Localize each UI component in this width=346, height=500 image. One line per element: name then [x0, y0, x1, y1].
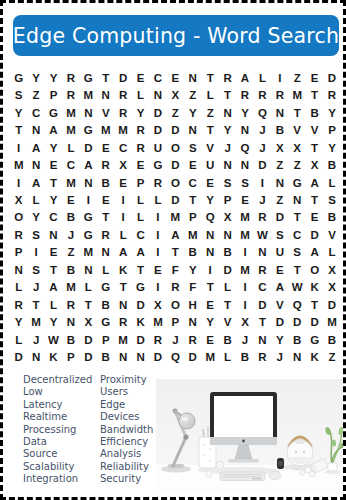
grid-cell: S — [236, 175, 253, 192]
grid-cell: M — [289, 87, 306, 104]
grid-cell: G — [289, 175, 306, 192]
grid-cell: Y — [45, 192, 62, 209]
grid-cell: D — [80, 349, 97, 366]
word-list-item: Realtime — [23, 411, 92, 423]
grid-cell: W — [45, 332, 62, 349]
grid-cell: D — [306, 314, 323, 331]
grid-cell: Y — [184, 105, 201, 122]
grid-cell: R — [236, 87, 253, 104]
grid-cell: L — [132, 87, 149, 104]
grid-cell: G — [80, 210, 97, 227]
grid-cell: V — [97, 105, 114, 122]
grid-cell: A — [45, 279, 62, 296]
grid-cell: A — [236, 70, 253, 87]
grid-cell: X — [80, 314, 97, 331]
grid-cell: Z — [27, 87, 44, 104]
word-list-column-2: ProximityUsersEdgeDevicesBandwidthEffici… — [100, 374, 153, 486]
grid-cell: N — [271, 175, 288, 192]
grid-cell: R — [254, 349, 271, 366]
word-list-item: Analysis — [100, 448, 153, 460]
grid-cell: N — [97, 87, 114, 104]
grid-cell: R — [10, 227, 27, 244]
grid-cell: P — [323, 122, 340, 139]
grid-cell: Q — [254, 105, 271, 122]
grid-cell: D — [80, 140, 97, 157]
grid-cell: P — [97, 332, 114, 349]
grid-cell: M — [27, 314, 44, 331]
grid-cell: A — [45, 122, 62, 139]
grid-cell: N — [114, 349, 131, 366]
grid-cell: B — [62, 210, 79, 227]
grid-cell: M — [236, 210, 253, 227]
grid-cell: Y — [10, 105, 27, 122]
grid-cell: L — [62, 140, 79, 157]
word-list-item: Source — [23, 448, 92, 460]
grid-cell: V — [289, 122, 306, 139]
grid-cell: L — [132, 210, 149, 227]
word-list-item: Users — [100, 386, 153, 398]
grid-cell: B — [306, 105, 323, 122]
grid-cell: G — [45, 105, 62, 122]
grid-cell: Q — [167, 349, 184, 366]
grid-cell: Z — [62, 244, 79, 261]
grid-cell: X — [323, 262, 340, 279]
grid-cell: N — [184, 122, 201, 139]
grid-cell: M — [201, 349, 218, 366]
grid-cell: R — [167, 279, 184, 296]
grid-cell: L — [97, 262, 114, 279]
grid-cell: R — [62, 297, 79, 314]
grid-cell: B — [184, 244, 201, 261]
grid-cell: I — [149, 227, 166, 244]
grid-cell: G — [97, 314, 114, 331]
grid-cell: N — [27, 349, 44, 366]
grid-cell: D — [184, 349, 201, 366]
grid-cell: E — [201, 332, 218, 349]
grid-cell: N — [45, 227, 62, 244]
grid-cell: S — [219, 175, 236, 192]
grid-cell: Z — [271, 192, 288, 209]
grid-cell: I — [149, 210, 166, 227]
grid-cell: G — [80, 122, 97, 139]
grid-cell: J — [271, 349, 288, 366]
grid-cell: I — [10, 140, 27, 157]
grid-cell: W — [289, 279, 306, 296]
word-list-item: Efficiency — [100, 436, 153, 448]
grid-cell: E — [132, 157, 149, 174]
grid-cell: N — [80, 262, 97, 279]
grid-cell: J — [27, 332, 44, 349]
grid-cell: Z — [201, 105, 218, 122]
page-title: Edge Computing - Word Search — [13, 24, 339, 48]
grid-cell: J — [236, 332, 253, 349]
grid-cell: S — [27, 262, 44, 279]
word-list-item: Decentralized — [23, 374, 92, 386]
grid-cell: C — [62, 157, 79, 174]
grid-cell: F — [184, 279, 201, 296]
grid-cell: M — [114, 332, 131, 349]
grid-cell: T — [306, 297, 323, 314]
grid-cell: D — [271, 210, 288, 227]
grid-cell: Y — [27, 70, 44, 87]
grid-cell: N — [184, 70, 201, 87]
grid-cell: M — [80, 87, 97, 104]
grid-cell: P — [10, 244, 27, 261]
grid-cell: U — [271, 244, 288, 261]
grid-cell: N — [289, 192, 306, 209]
grid-cell: T — [201, 279, 218, 296]
grid-cell: N — [254, 244, 271, 261]
grid-cell: D — [10, 349, 27, 366]
grid-cell: X — [271, 140, 288, 157]
grid-cell: R — [62, 70, 79, 87]
word-list-item: Low — [23, 386, 92, 398]
grid-cell: R — [149, 332, 166, 349]
grid-cell: J — [254, 122, 271, 139]
grid-cell: L — [10, 279, 27, 296]
grid-cell: J — [254, 192, 271, 209]
grid-cell: B — [62, 332, 79, 349]
grid-cell: L — [114, 227, 131, 244]
grid-cell: I — [27, 244, 44, 261]
grid-cell: T — [201, 122, 218, 139]
grid-cell: Y — [45, 140, 62, 157]
grid-cell: Y — [132, 105, 149, 122]
grid-cell: I — [149, 244, 166, 261]
grid-cell: D — [254, 157, 271, 174]
grid-cell: N — [201, 244, 218, 261]
grid-cell: N — [114, 297, 131, 314]
grid-cell: B — [219, 244, 236, 261]
grid-cell: E — [149, 262, 166, 279]
grid-cell: E — [114, 175, 131, 192]
grid-cell: G — [80, 227, 97, 244]
grid-cell: M — [236, 227, 253, 244]
grid-cell: N — [27, 122, 44, 139]
grid-cell: B — [323, 332, 340, 349]
grid-cell: T — [97, 70, 114, 87]
grid-cell: I — [80, 192, 97, 209]
grid-cell: A — [167, 227, 184, 244]
grid-cell: F — [167, 262, 184, 279]
grid-cell: X — [289, 140, 306, 157]
grid-cell: N — [289, 349, 306, 366]
word-list-item: Reliability — [100, 461, 153, 473]
grid-cell: G — [132, 279, 149, 296]
grid-cell: M — [97, 122, 114, 139]
grid-cell: E — [132, 70, 149, 87]
grid-cell: V — [306, 122, 323, 139]
grid-cell: N — [254, 332, 271, 349]
grid-cell: X — [306, 157, 323, 174]
grid-cell: L — [149, 192, 166, 209]
word-list-item: Scalability — [23, 461, 92, 473]
grid-cell: T — [10, 122, 27, 139]
grid-cell: I — [254, 175, 271, 192]
grid-cell: M — [62, 175, 79, 192]
grid-cell: R — [132, 122, 149, 139]
grid-cell: Q — [201, 210, 218, 227]
grid-cell: Y — [27, 210, 44, 227]
grid-cell: G — [97, 279, 114, 296]
grid-cell: T — [219, 297, 236, 314]
grid-cell: O — [167, 297, 184, 314]
grid-cell: L — [254, 70, 271, 87]
word-list-column-1: DecentralizedLowLatencyRealtimeProcessin… — [23, 374, 92, 486]
grid-cell: L — [201, 87, 218, 104]
word-list-item: Devices — [100, 411, 153, 423]
grid-cell: I — [201, 262, 218, 279]
grid-cell: D — [149, 122, 166, 139]
grid-cell: T — [289, 210, 306, 227]
grid-cell: M — [184, 227, 201, 244]
grid-cell: G — [10, 70, 27, 87]
grid-cell: D — [132, 332, 149, 349]
grid-cell: A — [132, 244, 149, 261]
grid-cell: Q — [289, 297, 306, 314]
grid-cell: D — [323, 70, 340, 87]
grid-cell: C — [27, 105, 44, 122]
grid-cell: R — [97, 157, 114, 174]
grid-cell: R — [114, 314, 131, 331]
grid-cell: B — [271, 122, 288, 139]
grid-cell: D — [149, 105, 166, 122]
grid-cell: N — [80, 175, 97, 192]
grid-cell: K — [132, 314, 149, 331]
grid-cell: O — [306, 262, 323, 279]
grid-cell: I — [236, 279, 253, 296]
grid-cell: J — [254, 140, 271, 157]
grid-cell: D — [289, 314, 306, 331]
grid-cell: P — [167, 314, 184, 331]
grid-cell: V — [271, 297, 288, 314]
grid-cell: K — [306, 349, 323, 366]
grid-cell: I — [114, 210, 131, 227]
grid-cell: D — [114, 70, 131, 87]
grid-cell: L — [27, 192, 44, 209]
grid-cell: B — [62, 262, 79, 279]
grid-cell: B — [97, 349, 114, 366]
title-banner: Edge Computing - Word Search — [13, 15, 339, 56]
grid-cell: L — [219, 279, 236, 296]
grid-cell: G — [80, 70, 97, 87]
grid-cell: R — [132, 140, 149, 157]
grid-cell: B — [97, 175, 114, 192]
grid-cell: A — [271, 279, 288, 296]
grid-cell: O — [10, 210, 27, 227]
grid-cell: J — [219, 140, 236, 157]
grid-cell: R — [114, 87, 131, 104]
grid-cell: E — [184, 157, 201, 174]
grid-cell: B — [236, 349, 253, 366]
grid-cell: S — [271, 227, 288, 244]
grid-cell: A — [306, 244, 323, 261]
grid-cell: M — [114, 122, 131, 139]
grid-cell: S — [10, 87, 27, 104]
grid-cell: D — [254, 297, 271, 314]
grid-cell: M — [62, 279, 79, 296]
grid-cell: E — [306, 70, 323, 87]
word-list-item: Latency — [23, 399, 92, 411]
grid-cell: T — [97, 210, 114, 227]
grid-cell: V — [201, 140, 218, 157]
grid-cell: D — [167, 157, 184, 174]
grid-cell: R — [184, 332, 201, 349]
grid-cell: B — [289, 332, 306, 349]
grid-cell: M — [323, 314, 340, 331]
grid-cell: Z — [271, 157, 288, 174]
grid-cell: R — [254, 210, 271, 227]
grid-cell: Y — [201, 314, 218, 331]
grid-cell: I — [114, 192, 131, 209]
keyboard — [220, 472, 265, 481]
grid-cell: J — [62, 227, 79, 244]
grid-cell: C — [45, 210, 62, 227]
grid-cell: D — [271, 314, 288, 331]
grid-cell: T — [45, 262, 62, 279]
grid-cell: T — [167, 244, 184, 261]
grid-cell: U — [201, 157, 218, 174]
grid-cell: C — [184, 175, 201, 192]
grid-cell: Z — [289, 70, 306, 87]
grid-cell: N — [219, 157, 236, 174]
grid-cell: I — [236, 244, 253, 261]
grid-cell: E — [97, 140, 114, 157]
grid-cell: L — [219, 349, 236, 366]
grid-cell: D — [80, 332, 97, 349]
grid-cell: M — [80, 244, 97, 261]
grid-cell: T — [289, 262, 306, 279]
grid-cell: R — [97, 227, 114, 244]
grid-cell: E — [62, 192, 79, 209]
grid-cell: R — [219, 70, 236, 87]
grid-cell: M — [149, 314, 166, 331]
grid-cell: V — [323, 227, 340, 244]
grid-cell: J — [27, 279, 44, 296]
grid-cell: D — [149, 349, 166, 366]
word-list-item: Edge — [100, 399, 153, 411]
grid-cell: S — [289, 244, 306, 261]
grid-cell: T — [306, 192, 323, 209]
grid-cell: M — [236, 262, 253, 279]
grid-cell: G — [149, 157, 166, 174]
grid-cell: Z — [184, 87, 201, 104]
grid-cell: T — [45, 175, 62, 192]
grid-cell: R — [254, 87, 271, 104]
grid-cell: J — [167, 332, 184, 349]
grid-cell: I — [149, 279, 166, 296]
grid-cell: W — [254, 227, 271, 244]
grid-cell: Y — [219, 122, 236, 139]
grid-cell: E — [97, 192, 114, 209]
grid-cell: P — [45, 87, 62, 104]
grid-cell: K — [306, 279, 323, 296]
grid-cell: Y — [201, 192, 218, 209]
grid-cell: X — [323, 279, 340, 296]
grid-cell: Y — [236, 105, 253, 122]
grid-cell: P — [62, 349, 79, 366]
grid-cell: M — [167, 210, 184, 227]
grid-cell: G — [306, 332, 323, 349]
mouse — [269, 472, 281, 480]
grid-cell: T — [289, 105, 306, 122]
grid-cell: T — [219, 87, 236, 104]
grid-cell: L — [45, 297, 62, 314]
grid-cell: X — [167, 87, 184, 104]
grid-cell: N — [184, 314, 201, 331]
grid-cell: N — [27, 157, 44, 174]
grid-cell: D — [306, 227, 323, 244]
grid-cell: E — [201, 175, 218, 192]
grid-cell: M — [10, 157, 27, 174]
grid-cell: O — [167, 140, 184, 157]
grid-cell: E — [271, 262, 288, 279]
grid-cell: R — [62, 87, 79, 104]
grid-cell: B — [323, 157, 340, 174]
grid-cell: T — [201, 70, 218, 87]
grid-cell: P — [132, 175, 149, 192]
grid-cell: C — [149, 70, 166, 87]
worksheet-page: Edge Computing - Word Search GYYRGTDECEN… — [0, 0, 346, 500]
grid-cell: E — [45, 244, 62, 261]
grid-cell: I — [271, 70, 288, 87]
grid-cell: X — [149, 297, 166, 314]
grid-cell: Y — [10, 314, 27, 331]
grid-cell: Y — [323, 140, 340, 157]
grid-cell: T — [306, 87, 323, 104]
grid-cell: R — [271, 87, 288, 104]
grid-cell: D — [323, 297, 340, 314]
grid-cell: P — [184, 210, 201, 227]
grid-cell: D — [219, 262, 236, 279]
grid-cell: V — [219, 314, 236, 331]
grid-cell: E — [306, 210, 323, 227]
grid-cell: L — [323, 175, 340, 192]
grid-cell: P — [219, 192, 236, 209]
grid-cell: H — [184, 297, 201, 314]
grid-cell: T — [132, 262, 149, 279]
grid-cell: A — [80, 157, 97, 174]
grid-cell: E — [45, 157, 62, 174]
grid-cell: N — [201, 227, 218, 244]
grid-cell: X — [219, 210, 236, 227]
grid-cell: L — [80, 279, 97, 296]
grid-cell: M — [62, 105, 79, 122]
desk-photo — [156, 379, 344, 491]
grid-cell: T — [184, 192, 201, 209]
grid-cell: Q — [236, 140, 253, 157]
grid-cell: T — [27, 297, 44, 314]
grid-cell: Y — [45, 70, 62, 87]
grid-cell: C — [114, 140, 131, 157]
grid-cell: Y — [271, 332, 288, 349]
grid-cell: R — [323, 87, 340, 104]
grid-cell: E — [167, 70, 184, 87]
grid-cell: X — [114, 157, 131, 174]
grid-cell: D — [132, 297, 149, 314]
grid-cell: X — [10, 192, 27, 209]
word-list-item: Proximity — [100, 374, 153, 386]
grid-cell: Y — [184, 262, 201, 279]
grid-cell: R — [10, 297, 27, 314]
grid-cell: Y — [45, 314, 62, 331]
grid-cell: N — [236, 157, 253, 174]
grid-cell: L — [132, 192, 149, 209]
grid-cell: L — [10, 332, 27, 349]
grid-cell: S — [323, 192, 340, 209]
grid-cell: D — [167, 192, 184, 209]
grid-cell: B — [323, 210, 340, 227]
